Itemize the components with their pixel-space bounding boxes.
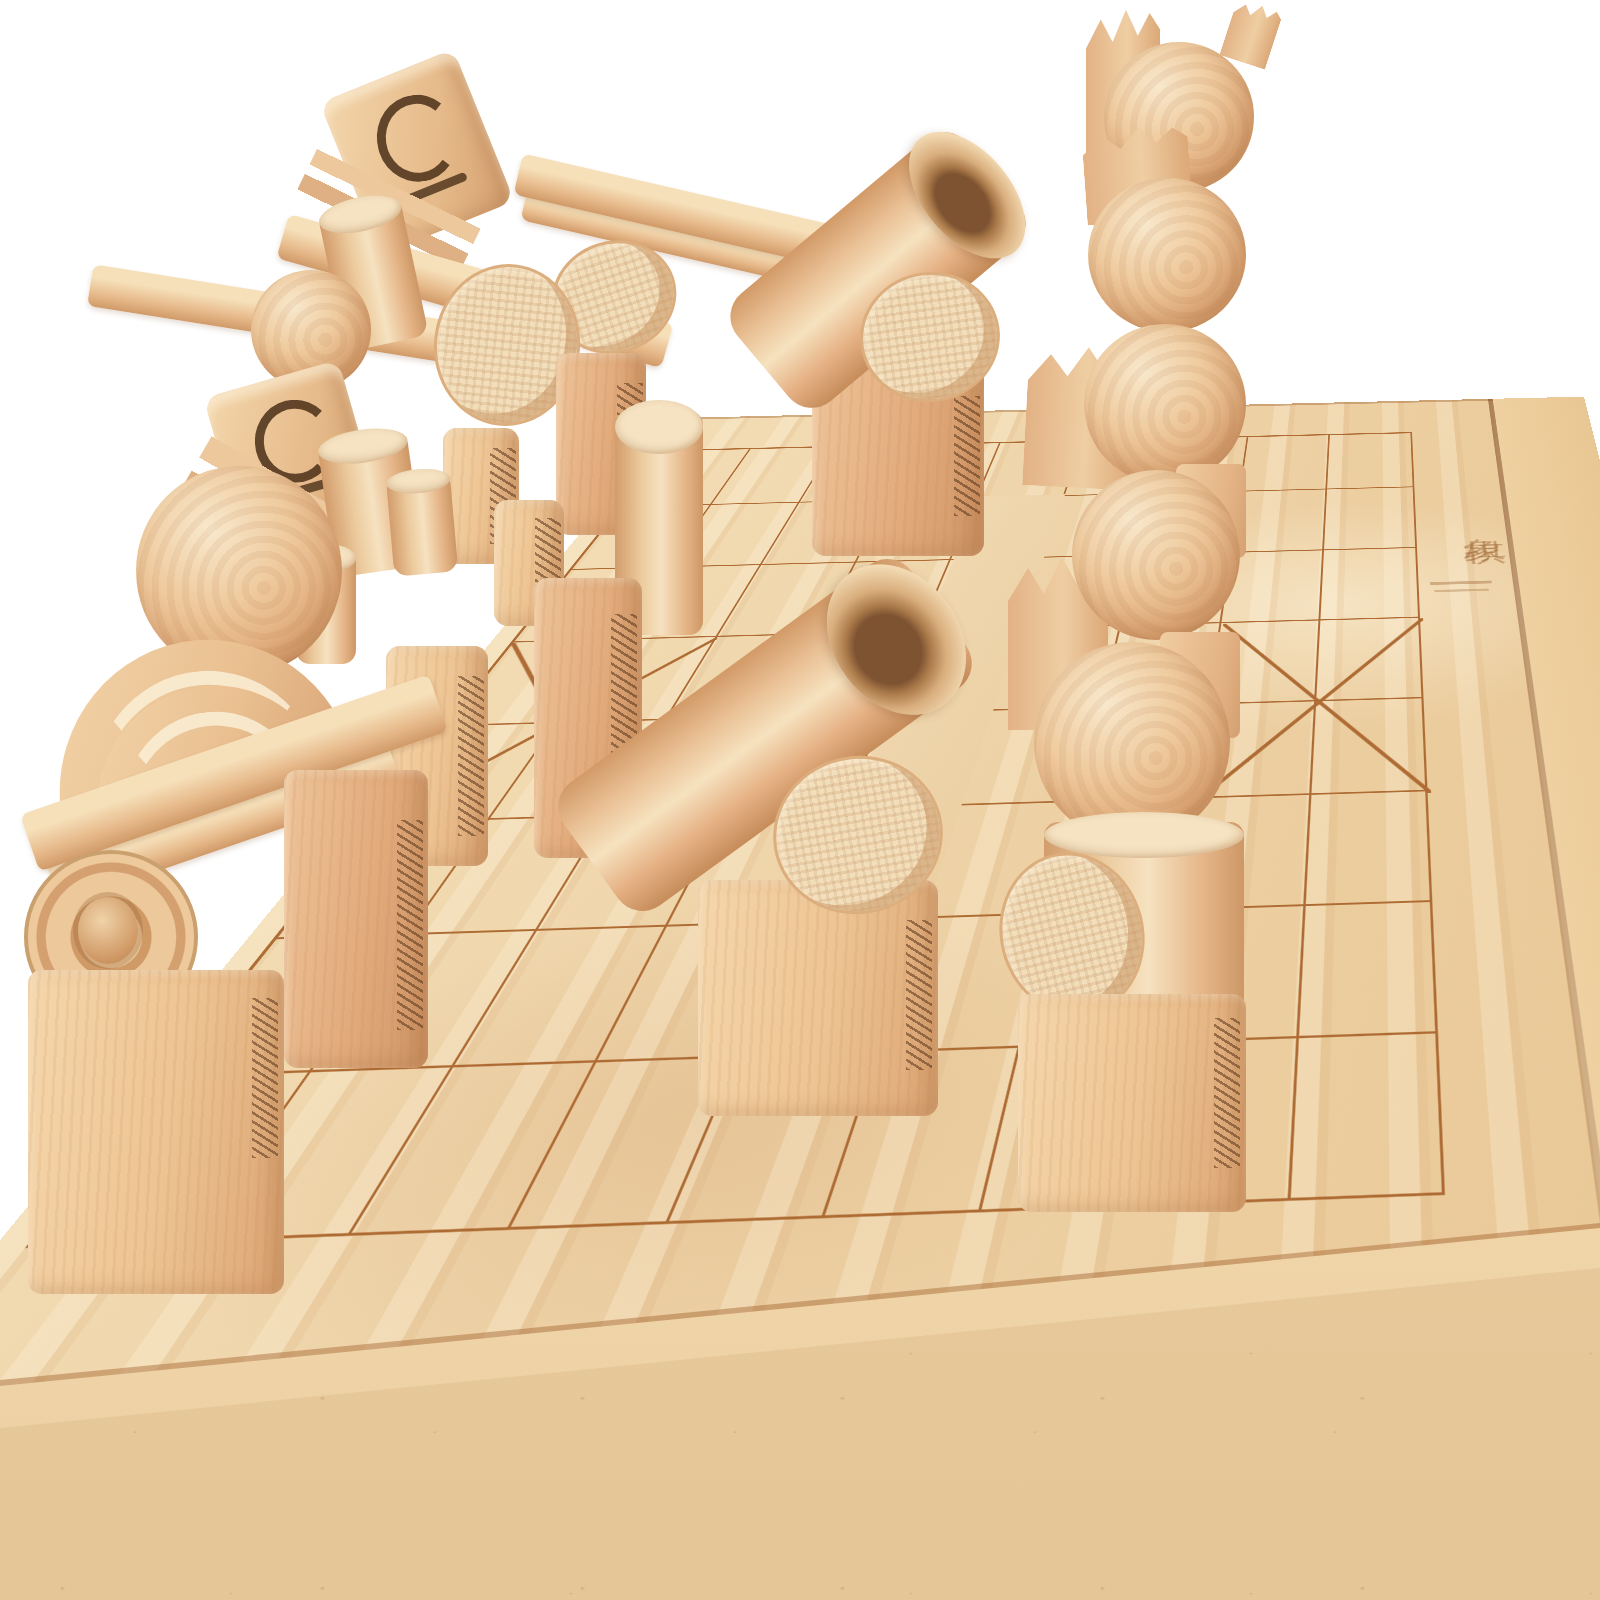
carved-characters-mark (397, 820, 423, 1030)
carved-characters-mark (252, 998, 278, 1158)
carved-characters-mark (1214, 1018, 1240, 1168)
pieces-layer (0, 0, 1600, 1600)
cannon-b-base[interactable] (698, 880, 938, 1116)
far-soldier-piece-3[interactable] (1084, 324, 1246, 484)
far-soldier-piece-4[interactable] (1072, 470, 1240, 640)
product-photo-stage: 象棋 (0, 0, 1600, 1600)
carved-characters-mark (458, 676, 484, 836)
carved-cylinder-4[interactable] (386, 471, 458, 576)
chariot-base[interactable] (28, 970, 284, 1294)
far-soldier-piece-2[interactable] (1088, 178, 1246, 332)
far-standee-piece-2[interactable] (1219, 0, 1284, 70)
right-cannon-base[interactable] (1018, 994, 1246, 1212)
carved-base-6[interactable] (284, 770, 428, 1068)
carved-characters-mark (954, 396, 980, 516)
carved-characters-mark (906, 920, 932, 1070)
